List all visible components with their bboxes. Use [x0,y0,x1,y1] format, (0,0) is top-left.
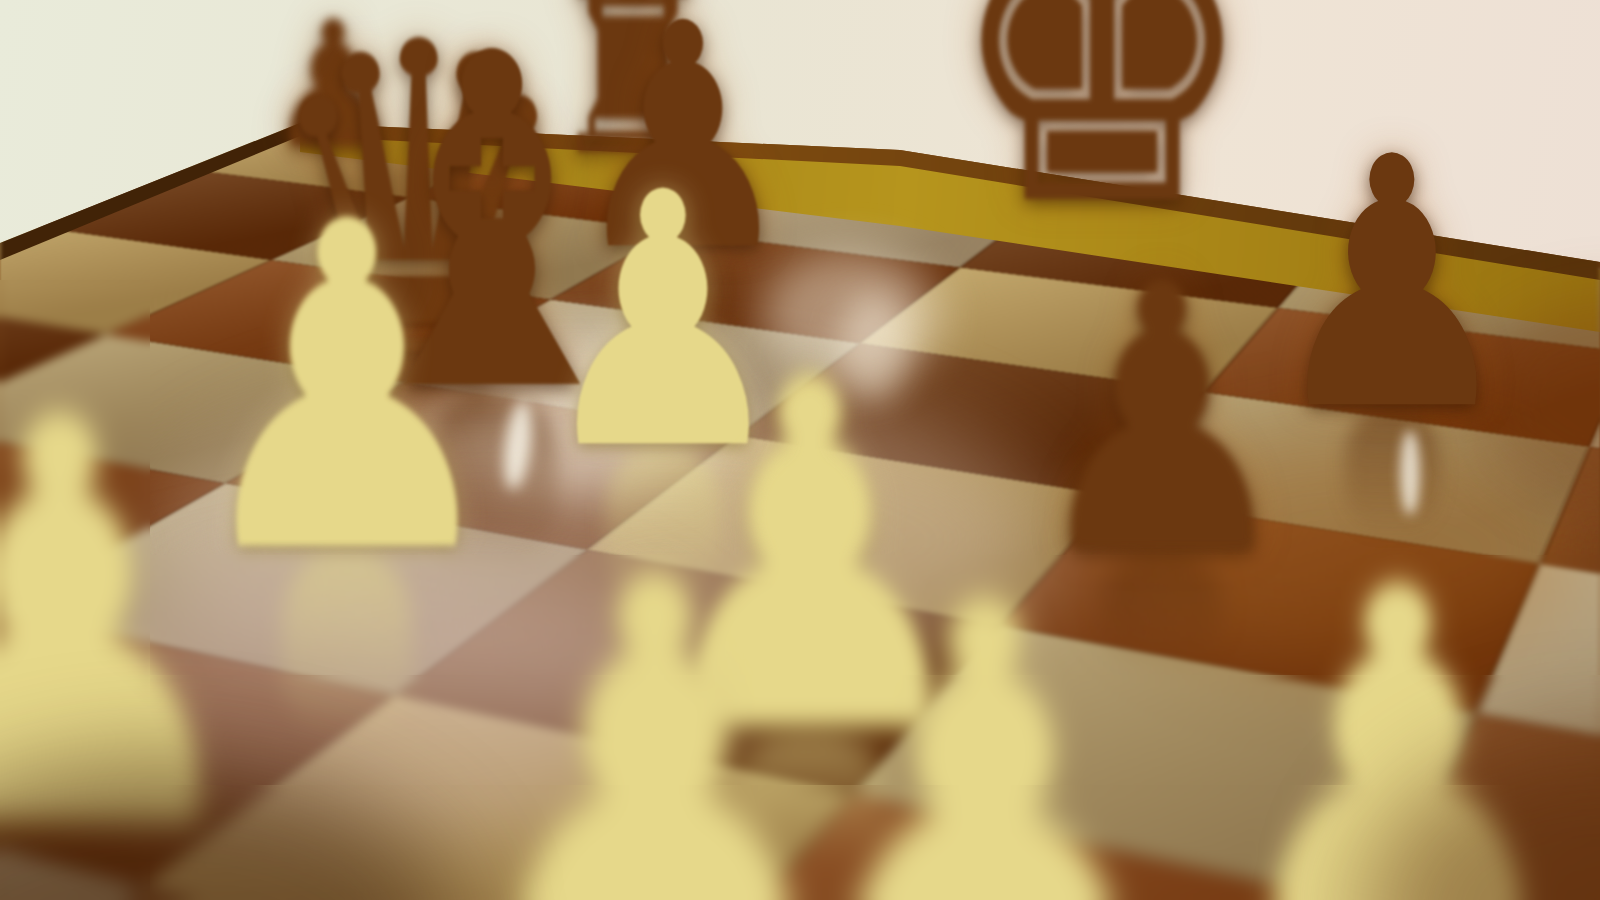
board-area [0,0,1600,900]
chess-board-grid [0,118,1600,900]
chessboard-photo-scene: ♟♛♝♜♟♚♟♟♟♟♟♟♟♟♟ [0,0,1600,900]
